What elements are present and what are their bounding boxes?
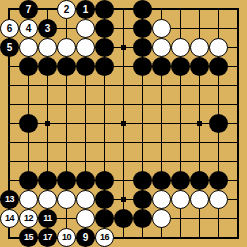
stone-black[interactable]: 11 — [38, 209, 57, 228]
move-number-label: 11 — [43, 214, 52, 223]
star-point — [197, 121, 202, 126]
stone-white[interactable] — [152, 209, 171, 228]
stone-white[interactable]: 12 — [19, 209, 38, 228]
stone-black[interactable] — [95, 171, 114, 190]
stone-white[interactable] — [76, 190, 95, 209]
move-number-label: 2 — [64, 5, 70, 15]
stone-black[interactable] — [133, 190, 152, 209]
stone-black[interactable] — [209, 171, 228, 190]
stone-black[interactable] — [76, 171, 95, 190]
stone-white[interactable] — [190, 190, 209, 209]
stone-black[interactable] — [57, 171, 76, 190]
stone-black[interactable] — [133, 0, 152, 19]
stone-black[interactable]: 13 — [0, 190, 19, 209]
stone-black[interactable] — [95, 209, 114, 228]
stone-black[interactable] — [171, 171, 190, 190]
move-number-label: 13 — [5, 195, 14, 204]
star-point — [121, 45, 126, 50]
stone-black[interactable] — [190, 57, 209, 76]
stone-black[interactable] — [95, 57, 114, 76]
stone-black[interactable] — [133, 57, 152, 76]
stone-white[interactable] — [209, 38, 228, 57]
stone-white[interactable] — [152, 190, 171, 209]
move-number-label: 6 — [7, 24, 13, 34]
stone-black[interactable] — [57, 57, 76, 76]
stone-white[interactable] — [76, 19, 95, 38]
stone-black[interactable] — [114, 209, 133, 228]
stone-white[interactable] — [171, 190, 190, 209]
stone-black[interactable] — [95, 38, 114, 57]
stone-black[interactable]: 1 — [76, 0, 95, 19]
star-point — [121, 121, 126, 126]
stone-black[interactable]: 7 — [19, 0, 38, 19]
stone-white[interactable] — [152, 19, 171, 38]
stone-black[interactable] — [95, 190, 114, 209]
move-number-label: 15 — [24, 233, 33, 242]
stone-white[interactable] — [152, 38, 171, 57]
stone-white[interactable]: 10 — [57, 228, 76, 247]
stone-black[interactable]: 15 — [19, 228, 38, 247]
go-board[interactable]: 721643513141211151710916 — [0, 0, 247, 247]
stone-black[interactable] — [133, 19, 152, 38]
stone-black[interactable] — [38, 171, 57, 190]
stone-white[interactable] — [190, 38, 209, 57]
stone-white[interactable] — [57, 190, 76, 209]
stone-black[interactable]: 5 — [0, 38, 19, 57]
stone-white[interactable] — [38, 38, 57, 57]
stone-black[interactable] — [38, 57, 57, 76]
move-number-label: 16 — [100, 233, 109, 242]
stone-black[interactable] — [152, 171, 171, 190]
stone-black[interactable] — [19, 114, 38, 133]
stone-white[interactable] — [57, 38, 76, 57]
stone-white[interactable]: 16 — [95, 228, 114, 247]
move-number-label: 7 — [26, 5, 32, 15]
stone-white[interactable]: 2 — [57, 0, 76, 19]
move-number-label: 12 — [24, 214, 33, 223]
stone-black[interactable] — [171, 57, 190, 76]
stone-white[interactable]: 14 — [0, 209, 19, 228]
move-number-label: 14 — [5, 214, 14, 223]
stone-white[interactable] — [171, 38, 190, 57]
stone-black[interactable] — [19, 57, 38, 76]
stone-black[interactable] — [209, 57, 228, 76]
move-number-label: 1 — [83, 5, 89, 15]
stone-white[interactable] — [19, 190, 38, 209]
stone-white[interactable] — [38, 190, 57, 209]
stone-white[interactable]: 4 — [19, 19, 38, 38]
stone-black[interactable]: 9 — [76, 228, 95, 247]
stone-white[interactable] — [19, 38, 38, 57]
stone-black[interactable]: 3 — [38, 19, 57, 38]
stone-black[interactable] — [133, 209, 152, 228]
stone-black[interactable]: 17 — [38, 228, 57, 247]
stone-white[interactable]: 6 — [0, 19, 19, 38]
move-number-label: 17 — [43, 233, 52, 242]
stone-black[interactable] — [95, 0, 114, 19]
move-number-label: 4 — [26, 24, 32, 34]
move-number-label: 5 — [7, 43, 13, 53]
stone-white[interactable] — [209, 190, 228, 209]
stone-white[interactable] — [76, 209, 95, 228]
stone-black[interactable] — [76, 57, 95, 76]
stone-white[interactable] — [76, 38, 95, 57]
stone-black[interactable] — [95, 19, 114, 38]
star-point — [45, 121, 50, 126]
stone-black[interactable] — [152, 57, 171, 76]
stone-black[interactable] — [133, 38, 152, 57]
stone-black[interactable] — [133, 171, 152, 190]
move-number-label: 10 — [62, 233, 71, 242]
move-number-label: 9 — [83, 233, 89, 243]
stone-black[interactable] — [190, 171, 209, 190]
star-point — [121, 197, 126, 202]
stone-black[interactable] — [19, 171, 38, 190]
move-number-label: 3 — [45, 24, 51, 34]
stone-black[interactable] — [209, 114, 228, 133]
